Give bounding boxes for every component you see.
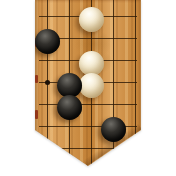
grid-line-vertical-5: [135, 0, 136, 170]
go-stone-white: [79, 7, 104, 32]
grid-line-vertical-4: [113, 0, 114, 170]
go-stone-white: [79, 73, 104, 98]
screenshot-root: [0, 0, 176, 176]
go-stone-black: [57, 95, 82, 120]
go-stone-black: [35, 29, 60, 54]
go-board[interactable]: [35, 0, 141, 170]
pennant-board-wrap: [35, 0, 141, 170]
grid-line-horizontal-5: [39, 104, 137, 105]
grid-line-horizontal-7: [39, 148, 137, 149]
hoshi-star-point: [45, 80, 50, 85]
go-stone-white: [79, 51, 104, 76]
board-edge-red-mark-2: [35, 75, 38, 83]
grid-line-vertical-1: [47, 0, 48, 170]
go-stone-black: [57, 73, 82, 98]
go-stone-black: [101, 117, 126, 142]
board-cut-edge-left-shading: [30, 128, 89, 171]
board-edge-red-mark-3: [35, 110, 38, 119]
